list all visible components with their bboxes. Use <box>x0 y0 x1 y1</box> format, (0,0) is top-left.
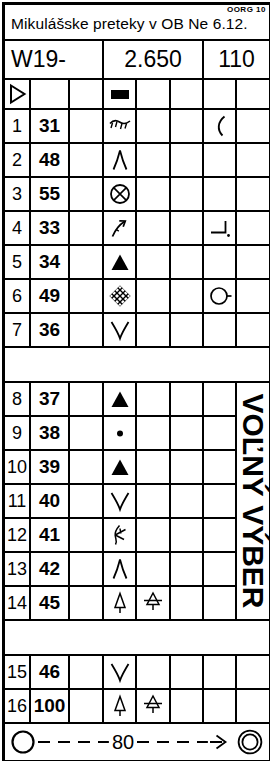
boulder-icon <box>108 387 132 411</box>
symbol-cell-e <box>137 690 169 722</box>
control-code: 41 <box>31 519 68 551</box>
symbol-cell-g <box>204 280 235 312</box>
control-code: 45 <box>31 587 68 619</box>
control-number: 5 <box>5 246 29 278</box>
narrow-gully-icon <box>108 148 132 172</box>
control-code: 55 <box>31 178 68 210</box>
control-code: 38 <box>31 417 68 449</box>
finish-row: 80 <box>5 724 269 760</box>
coniferous-tree-icon <box>141 591 165 615</box>
symbol-cell-d <box>104 519 135 551</box>
boulder-icon <box>108 455 132 479</box>
control-number: 12 <box>5 519 29 551</box>
side-label-cell: VOĽNÝ VÝBER <box>237 383 269 619</box>
symbol-cell-d <box>104 280 135 312</box>
control-number: 11 <box>5 485 29 517</box>
reentrant-icon <box>108 318 132 342</box>
symbol-cell-d <box>104 144 135 176</box>
control-code: 46 <box>31 656 68 688</box>
bend-icon <box>208 114 232 138</box>
control-code: 36 <box>31 314 68 346</box>
finish-double-circle-icon <box>236 728 264 756</box>
control-description-sheet: Mikulášske preteky v OB Ne 6.12. OORG 10… <box>0 0 270 761</box>
symbol-cell-d <box>104 587 135 619</box>
control-number: 1 <box>5 110 29 142</box>
side-label: VOĽNÝ VÝBER <box>237 393 269 608</box>
class-name: W19- <box>5 41 102 78</box>
root-stock-icon <box>108 523 132 547</box>
control-number: 15 <box>5 656 29 688</box>
corner-note: OORG 10 <box>227 5 266 14</box>
control-code: 40 <box>31 485 68 517</box>
thicket-icon <box>108 284 132 308</box>
symbol-cell-d <box>104 656 135 688</box>
symbol-cell-e <box>137 587 169 619</box>
control-code: 49 <box>31 280 68 312</box>
earth-bank-icon <box>108 114 132 138</box>
symbol-cell-g <box>204 110 235 142</box>
symbol-cell-d <box>104 485 135 517</box>
corner-with-dot-icon <box>208 216 232 240</box>
control-number: 9 <box>5 417 29 449</box>
control-number: 2 <box>5 144 29 176</box>
course-length: 2.650 <box>104 41 202 78</box>
control-number: 16 <box>5 690 29 722</box>
control-number: 8 <box>5 383 29 415</box>
control-number: 6 <box>5 280 29 312</box>
distinctive-tree-icon <box>108 591 132 615</box>
start-triangle-icon <box>5 82 29 106</box>
crossed-circle-icon <box>108 182 132 206</box>
symbol-cell-d <box>104 212 135 244</box>
symbol-cell-d <box>104 451 135 483</box>
curved-arrow-icon <box>108 216 132 240</box>
symbol-cell-d <box>104 417 135 449</box>
separator-band <box>5 348 269 381</box>
symbol-cell-g <box>204 212 235 244</box>
title-row: Mikulášske preteky v OB Ne 6.12. OORG 10 <box>5 5 269 39</box>
building-icon <box>111 90 129 99</box>
narrow-gully-icon <box>108 557 132 581</box>
symbol-cell-d <box>104 690 135 722</box>
control-number: 4 <box>5 212 29 244</box>
control-code: 48 <box>31 144 68 176</box>
taped-route-dashes <box>38 730 109 754</box>
control-code: 37 <box>31 383 68 415</box>
arrow-icon <box>210 730 234 754</box>
symbol-cell-d <box>104 178 135 210</box>
symbol-cell-d <box>104 383 135 415</box>
distinctive-tree-icon <box>108 694 132 718</box>
control-circle-icon <box>10 729 36 755</box>
event-title: Mikulášske preteky v OB Ne 6.12. <box>11 15 248 32</box>
control-code: 39 <box>31 451 68 483</box>
control-number: 3 <box>5 178 29 210</box>
reentrant-icon <box>108 660 132 684</box>
start-feature-cell <box>104 80 135 108</box>
control-code: 31 <box>31 110 68 142</box>
finish-distance: 80 <box>112 731 134 754</box>
control-number: 13 <box>5 553 29 585</box>
boulder-icon <box>108 250 132 274</box>
start-cell <box>5 80 29 108</box>
climb: 110 <box>204 41 269 78</box>
taped-route-dashes <box>137 730 208 754</box>
control-code: 42 <box>31 553 68 585</box>
control-number: 10 <box>5 451 29 483</box>
control-number: 14 <box>5 587 29 619</box>
control-code: 33 <box>31 212 68 244</box>
small-knoll-dot-icon <box>108 421 132 445</box>
control-code: 100 <box>31 690 68 722</box>
symbol-cell-d <box>104 314 135 346</box>
symbol-cell-d <box>104 553 135 585</box>
control-code: 34 <box>31 246 68 278</box>
coniferous-tree-icon <box>141 694 165 718</box>
reentrant-icon <box>108 489 132 513</box>
symbol-cell-d <box>104 246 135 278</box>
sheet-grid: Mikulášske preteky v OB Ne 6.12. OORG 10… <box>2 2 270 761</box>
circle-with-tick-icon <box>208 284 232 308</box>
control-number: 7 <box>5 314 29 346</box>
separator-band <box>5 621 269 654</box>
symbol-cell-d <box>104 110 135 142</box>
